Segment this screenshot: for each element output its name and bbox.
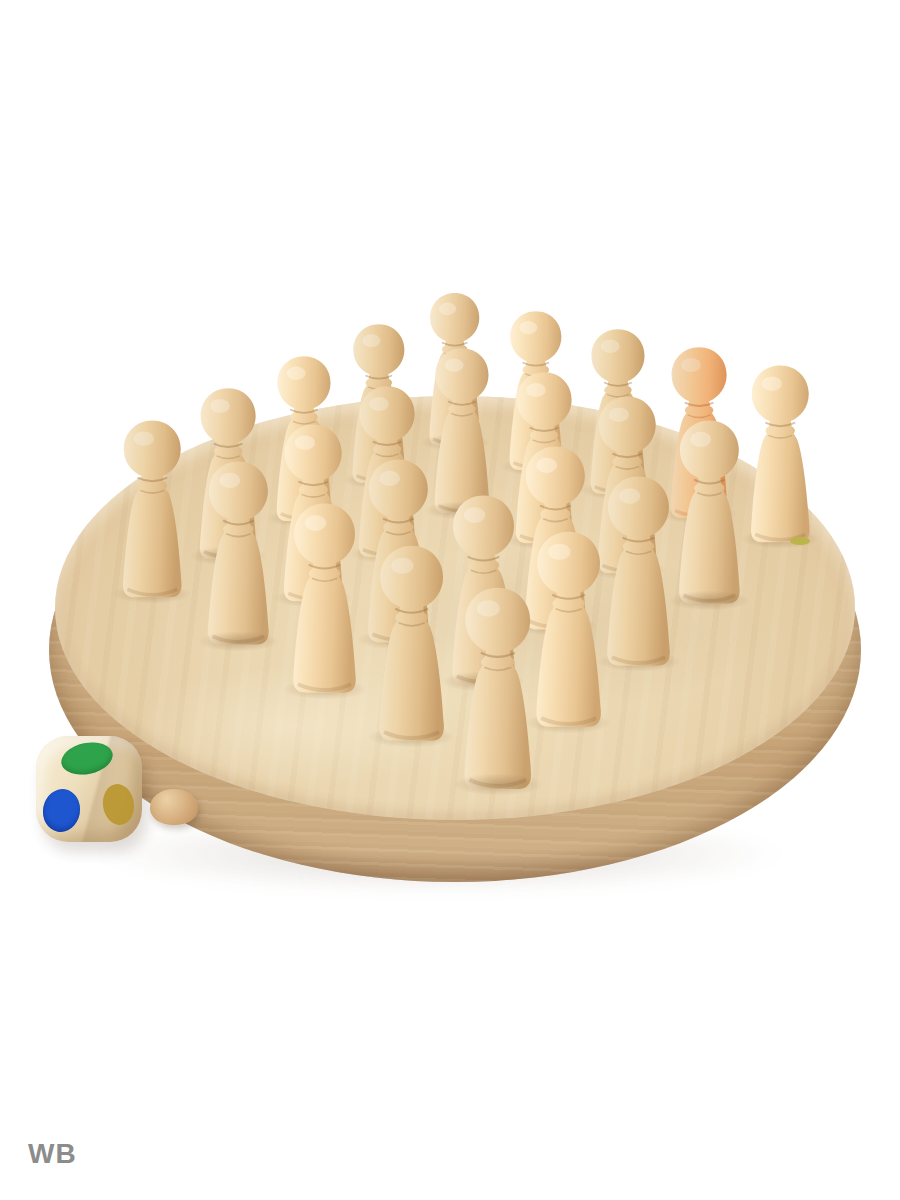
memory-peg[interactable] [747, 363, 814, 545]
memory-peg[interactable] [431, 346, 493, 516]
peg-pawn-icon [747, 363, 814, 545]
memory-peg[interactable] [375, 543, 448, 744]
memory-peg[interactable] [532, 529, 605, 730]
memory-peg[interactable] [460, 585, 536, 792]
peg-pawn-icon [375, 543, 448, 744]
memory-peg[interactable] [603, 474, 674, 669]
peg-pawn-icon [675, 418, 744, 607]
peg-pawn-icon [532, 529, 605, 730]
peg-pawn-icon [289, 501, 360, 696]
peg-colored-base-peek [790, 537, 810, 545]
memory-peg[interactable] [675, 418, 744, 607]
product-photo-stage: WB [0, 0, 900, 1200]
memory-peg[interactable] [204, 459, 273, 648]
peg-pawn-icon [460, 585, 536, 792]
memory-peg[interactable] [119, 418, 186, 600]
peg-pawn-icon [431, 346, 493, 516]
page: { "game": "Memory Match Stick Chess (woo… [0, 0, 900, 1200]
peg-shadow [451, 773, 545, 796]
brand-watermark: WB [28, 1138, 77, 1170]
peg-pawn-icon [204, 459, 273, 648]
pegs-layer [0, 0, 900, 1200]
peg-pawn-icon [603, 474, 674, 669]
stray-wood-knob [150, 789, 198, 825]
peg-pawn-icon [119, 418, 186, 600]
memory-peg[interactable] [289, 501, 360, 696]
peg-shadow [196, 631, 281, 652]
peg-shadow [667, 590, 752, 611]
color-die[interactable] [36, 736, 142, 842]
